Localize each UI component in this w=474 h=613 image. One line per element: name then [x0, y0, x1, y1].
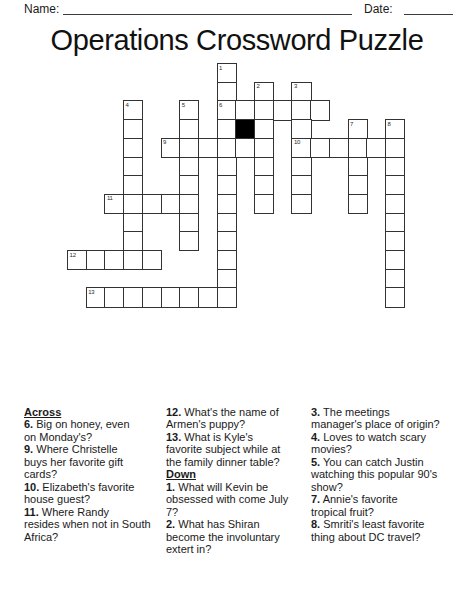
- cell-17-5[interactable]: [385, 157, 405, 177]
- clue-across-10: 10. Elizabeth's favorite house guest?: [24, 481, 169, 506]
- cell-8-9[interactable]: [217, 231, 237, 251]
- cell-8-4[interactable]: [217, 138, 237, 158]
- cell-5-7[interactable]: [161, 194, 181, 214]
- cell-15-6[interactable]: [348, 175, 368, 195]
- cell-8-11[interactable]: [217, 269, 237, 289]
- cell-2-10[interactable]: [104, 250, 124, 270]
- cell-8-3[interactable]: [217, 119, 237, 139]
- cell-15-5[interactable]: [348, 157, 368, 177]
- cell-17-9[interactable]: [385, 231, 405, 251]
- cell-3-8[interactable]: [123, 213, 143, 233]
- name-blank-line: [63, 1, 352, 15]
- clue-down-2: 2. What has Shiran become the involuntar…: [166, 518, 311, 555]
- clue-text: What has Shiran become the involuntary e…: [166, 518, 280, 555]
- clue-across-11: 11. Where Randy resides when not in Sout…: [24, 506, 169, 543]
- clue-down-4: 4. Loves to watch scary movies?: [311, 431, 469, 456]
- cell-8-0[interactable]: 1: [217, 63, 237, 83]
- cell-13-2[interactable]: [310, 100, 330, 120]
- clue-number: 8.: [311, 518, 320, 530]
- page-title: Operations Crossword Puzzle: [0, 23, 474, 57]
- across-header: Across: [24, 406, 169, 418]
- cell-8-12[interactable]: [217, 287, 237, 307]
- cell-number-5: 5: [182, 102, 185, 109]
- cell-6-2[interactable]: 5: [179, 100, 199, 120]
- cell-number-9: 9: [163, 139, 166, 146]
- clue-across-9: 9. Where Christelle buys her favorite gi…: [24, 443, 169, 480]
- cell-12-2[interactable]: [291, 100, 311, 120]
- cell-17-6[interactable]: [385, 175, 405, 195]
- cell-8-8[interactable]: [217, 213, 237, 233]
- cell-16-4[interactable]: [366, 138, 386, 158]
- cell-8-10[interactable]: [217, 250, 237, 270]
- cell-10-7[interactable]: [254, 194, 274, 214]
- cell-11-2[interactable]: [273, 100, 293, 120]
- cell-10-2[interactable]: [254, 100, 274, 120]
- clue-number: 2.: [166, 518, 175, 530]
- cell-10-5[interactable]: [254, 157, 274, 177]
- cell-10-6[interactable]: [254, 175, 274, 195]
- clue-number: 10.: [24, 481, 39, 493]
- cell-6-7[interactable]: [179, 194, 199, 214]
- cell-number-1: 1: [219, 65, 222, 72]
- cell-17-11[interactable]: [385, 269, 405, 289]
- cell-5-12[interactable]: [161, 287, 181, 307]
- clue-text: You can catch Justin watching this popul…: [311, 456, 437, 493]
- cell-12-4[interactable]: 10: [291, 138, 311, 158]
- cell-15-3[interactable]: 7: [348, 119, 368, 139]
- cell-9-4[interactable]: [235, 138, 255, 158]
- name-label: Name:: [24, 2, 59, 16]
- cell-8-2[interactable]: 6: [217, 100, 237, 120]
- clue-text: Annie's favorite tropical fruit?: [311, 493, 398, 517]
- clue-column-3: 3. The meetings manager's place of origi…: [311, 406, 469, 543]
- cell-12-5[interactable]: [291, 157, 311, 177]
- clue-number: 13.: [166, 431, 181, 443]
- cell-17-3[interactable]: 8: [385, 119, 405, 139]
- cell-number-7: 7: [350, 121, 353, 128]
- clue-column-2: 12. What's the name of Armen's puppy?13.…: [166, 406, 311, 555]
- cell-12-6[interactable]: [291, 175, 311, 195]
- cell-number-13: 13: [88, 289, 94, 296]
- clue-text: The meetings manager's place of origin?: [311, 406, 440, 430]
- cell-6-6[interactable]: [179, 175, 199, 195]
- cell-4-12[interactable]: [142, 287, 162, 307]
- cell-number-12: 12: [70, 252, 76, 259]
- clue-text: Big on honey, even on Monday's?: [24, 418, 130, 442]
- cell-17-10[interactable]: [385, 250, 405, 270]
- clue-down-5: 5. You can catch Justin watching this po…: [311, 456, 469, 493]
- cell-3-2[interactable]: 4: [123, 100, 143, 120]
- crossword-grid: 12345678910111213: [67, 63, 407, 309]
- cell-6-9[interactable]: [179, 231, 199, 251]
- cell-15-4[interactable]: [348, 138, 368, 158]
- cell-4-10[interactable]: [142, 250, 162, 270]
- cell-number-6: 6: [219, 102, 222, 109]
- clue-text: What is Kyle's favorite subject while at…: [166, 431, 280, 468]
- cell-2-12[interactable]: [104, 287, 124, 307]
- cell-3-9[interactable]: [123, 231, 143, 251]
- cell-17-8[interactable]: [385, 213, 405, 233]
- cell-3-6[interactable]: [123, 175, 143, 195]
- cell-number-2: 2: [257, 83, 260, 90]
- cell-3-4[interactable]: [123, 138, 143, 158]
- cell-17-12[interactable]: [385, 287, 405, 307]
- cell-number-8: 8: [387, 121, 390, 128]
- cell-10-4[interactable]: [254, 138, 274, 158]
- cell-6-5[interactable]: [179, 157, 199, 177]
- clue-number: 12.: [166, 406, 181, 418]
- clue-text: Smriti's least favorite thing about DC t…: [311, 518, 424, 542]
- date-label: Date:: [364, 2, 393, 16]
- cell-3-12[interactable]: [123, 287, 143, 307]
- cell-3-3[interactable]: [123, 119, 143, 139]
- clue-number: 1.: [166, 481, 175, 493]
- clue-down-1: 1. What will Kevin be obsessed with come…: [166, 481, 311, 518]
- cell-3-5[interactable]: [123, 157, 143, 177]
- cell-number-10: 10: [294, 139, 300, 146]
- cell-9-2[interactable]: [235, 100, 255, 120]
- clue-down-3: 3. The meetings manager's place of origi…: [311, 406, 469, 431]
- clue-number: 3.: [311, 406, 320, 418]
- clue-column-1: Across6. Big on honey, even on Monday's?…: [24, 406, 169, 543]
- clue-text: Where Christelle buys her favorite gift …: [24, 443, 123, 480]
- clue-number: 5.: [311, 456, 320, 468]
- cell-3-10[interactable]: [123, 250, 143, 270]
- down-header: Down: [166, 468, 311, 480]
- clue-text: Where Randy resides when not in South Af…: [24, 506, 151, 543]
- clue-text: What's the name of Armen's puppy?: [166, 406, 279, 430]
- cell-12-3[interactable]: [291, 119, 311, 139]
- cell-6-3[interactable]: [179, 119, 199, 139]
- cell-8-5[interactable]: [217, 157, 237, 177]
- clue-across-6: 6. Big on honey, even on Monday's?: [24, 418, 169, 443]
- clue-text: Loves to watch scary movies?: [311, 431, 426, 455]
- clue-across-13: 13. What is Kyle's favorite subject whil…: [166, 431, 311, 468]
- cell-number-4: 4: [126, 102, 129, 109]
- cell-13-4[interactable]: [310, 138, 330, 158]
- cell-10-3[interactable]: [254, 119, 274, 139]
- cell-7-12[interactable]: [198, 287, 218, 307]
- black-cell-9-3: [235, 119, 255, 139]
- cell-17-7[interactable]: [385, 194, 405, 214]
- cell-7-4[interactable]: [198, 138, 218, 158]
- cell-17-4[interactable]: [385, 138, 405, 158]
- clue-across-12: 12. What's the name of Armen's puppy?: [166, 406, 311, 431]
- clue-down-8: 8. Smriti's least favorite thing about D…: [311, 518, 469, 543]
- clue-number: 9.: [24, 443, 33, 455]
- clue-text: Elizabeth's favorite house guest?: [24, 481, 134, 505]
- cell-8-6[interactable]: [217, 175, 237, 195]
- cell-10-1[interactable]: 2: [254, 82, 274, 102]
- cell-15-7[interactable]: [348, 194, 368, 214]
- clue-down-7: 7. Annie's favorite tropical fruit?: [311, 493, 469, 518]
- clue-number: 11.: [24, 506, 39, 518]
- cell-0-10[interactable]: 12: [67, 250, 87, 270]
- cell-6-8[interactable]: [179, 213, 199, 233]
- date-blank-line: [404, 1, 453, 15]
- clue-number: 7.: [311, 493, 320, 505]
- cell-1-10[interactable]: [86, 250, 106, 270]
- cell-number-3: 3: [294, 83, 297, 90]
- cell-12-7[interactable]: [291, 194, 311, 214]
- cell-number-11: 11: [107, 195, 113, 202]
- clue-number: 6.: [24, 418, 33, 430]
- cell-3-7[interactable]: [123, 194, 143, 214]
- cell-14-4[interactable]: [329, 138, 349, 158]
- clue-text: What will Kevin be obsessed with come Ju…: [166, 481, 288, 518]
- cell-6-4[interactable]: [179, 138, 199, 158]
- clue-number: 4.: [311, 431, 320, 443]
- cell-6-12[interactable]: [179, 287, 199, 307]
- cell-4-7[interactable]: [142, 194, 162, 214]
- cell-5-4[interactable]: 9: [161, 138, 181, 158]
- cell-2-7[interactable]: 11: [104, 194, 124, 214]
- cell-8-7[interactable]: [217, 194, 237, 214]
- cell-8-1[interactable]: [217, 82, 237, 102]
- cell-1-12[interactable]: 13: [86, 287, 106, 307]
- cell-12-1[interactable]: 3: [291, 82, 311, 102]
